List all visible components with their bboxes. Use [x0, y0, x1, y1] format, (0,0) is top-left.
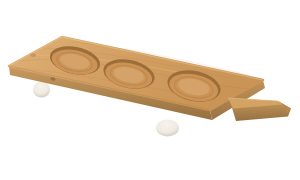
- board: [9, 37, 291, 121]
- handle: [228, 98, 291, 121]
- product-photo: [0, 0, 300, 180]
- foot-right: [156, 120, 179, 137]
- serving-board-illustration: [0, 0, 300, 180]
- foot-left: [33, 82, 50, 98]
